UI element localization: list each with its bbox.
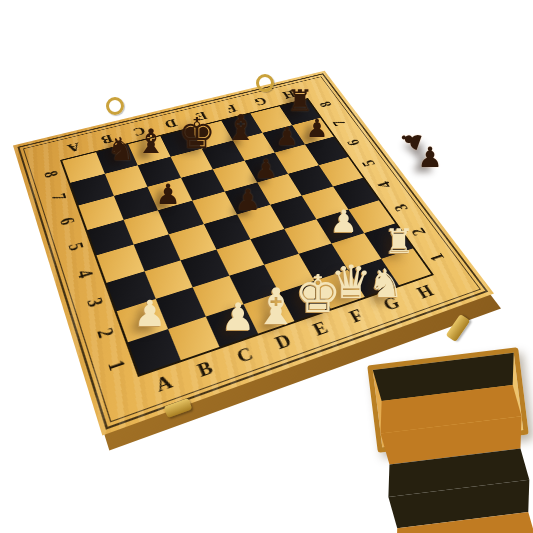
dark-pawn-h7[interactable]: ♟ [306,116,328,141]
hinge-ring-icon [256,74,274,92]
dark-knight-b8[interactable]: ♞ [107,133,136,165]
white-king-e1[interactable]: ♚ [295,268,342,320]
white-knight-g1[interactable]: ♞ [368,263,404,303]
white-rook-h2[interactable]: ♜ [384,224,414,258]
dark-pawn-offboard-standing[interactable]: ♟ [417,144,442,172]
dark-rook-h8[interactable]: ♜ [287,86,314,116]
dark-king-e8[interactable]: ♚ [178,113,216,155]
dark-pawn-g7[interactable]: ♟ [276,124,298,149]
white-bishop-d1[interactable]: ♝ [254,282,299,332]
white-pawn-c1[interactable]: ♟ [221,298,255,336]
backgammon-board [367,347,529,453]
white-pawn-a2[interactable]: ♟ [134,296,166,332]
dark-pawn-c6[interactable]: ♟ [155,181,180,209]
product-photo-scene: { "game": "chess", "set_description": "f… [0,0,533,533]
dark-bishop-f8[interactable]: ♝ [225,110,257,146]
dark-bishop-c8[interactable]: ♝ [136,124,166,158]
hinge-ring-icon [106,97,124,115]
dark-pawn-f6[interactable]: ♟ [254,156,277,182]
white-pawn-g3[interactable]: ♟ [330,206,358,237]
dark-pawn-e5[interactable]: ♟ [235,186,261,215]
